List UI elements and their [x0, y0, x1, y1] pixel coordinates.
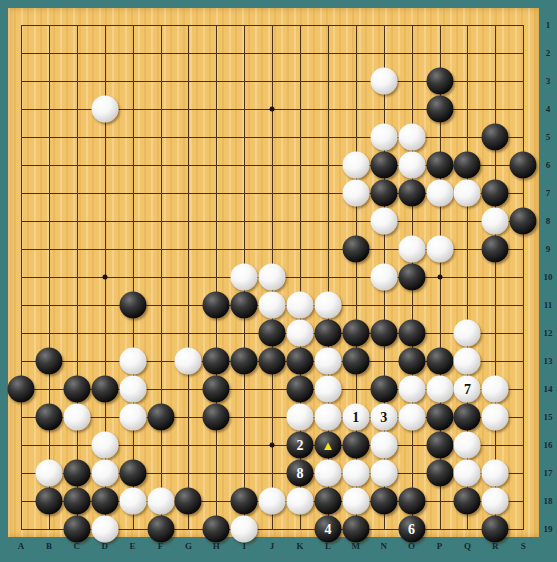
stone-white[interactable] — [482, 488, 509, 515]
stone-white[interactable] — [342, 488, 369, 515]
stone-white[interactable] — [35, 460, 62, 487]
stone-black[interactable] — [314, 488, 341, 515]
stone-white[interactable] — [426, 180, 453, 207]
column-label: B — [46, 541, 52, 551]
column-label: G — [185, 541, 192, 551]
stone-white[interactable] — [91, 96, 118, 123]
stone-white[interactable] — [342, 152, 369, 179]
stone-white[interactable] — [287, 292, 314, 319]
column-label: K — [296, 541, 303, 551]
stone-black[interactable] — [231, 292, 258, 319]
star-point — [270, 107, 275, 112]
move-number-label: 4 — [324, 522, 331, 536]
stone-white[interactable]: 1 — [342, 404, 369, 431]
stone-black[interactable] — [147, 516, 174, 543]
stone-white[interactable] — [398, 376, 425, 403]
stone-white[interactable] — [398, 236, 425, 263]
stone-black[interactable] — [398, 320, 425, 347]
stone-white[interactable] — [147, 488, 174, 515]
row-label: 11 — [544, 300, 553, 310]
move-number-label: 6 — [408, 522, 415, 536]
stone-white[interactable]: 7 — [454, 376, 481, 403]
star-point — [102, 275, 107, 280]
stone-black[interactable]: ▲ — [314, 432, 341, 459]
stone-black[interactable] — [63, 460, 90, 487]
stone-black[interactable] — [454, 488, 481, 515]
stone-white[interactable]: 3 — [370, 404, 397, 431]
row-label: 14 — [544, 384, 553, 394]
stone-black[interactable]: 8 — [287, 460, 314, 487]
row-label: 15 — [544, 412, 553, 422]
row-label: 13 — [544, 356, 553, 366]
stone-white[interactable] — [454, 432, 481, 459]
row-label: 4 — [546, 104, 551, 114]
stone-white[interactable] — [119, 376, 146, 403]
stone-black[interactable] — [426, 152, 453, 179]
stone-black[interactable] — [370, 152, 397, 179]
stone-black[interactable] — [91, 376, 118, 403]
stone-white[interactable] — [287, 404, 314, 431]
stone-white[interactable] — [482, 404, 509, 431]
stone-black[interactable] — [63, 488, 90, 515]
stone-white[interactable] — [259, 292, 286, 319]
stone-black[interactable] — [370, 376, 397, 403]
stone-black[interactable] — [510, 152, 537, 179]
move-number-label: 8 — [297, 466, 304, 480]
stone-white[interactable] — [175, 348, 202, 375]
row-label: 3 — [546, 76, 551, 86]
stone-white[interactable] — [259, 488, 286, 515]
stone-white[interactable] — [370, 208, 397, 235]
move-number-label: 3 — [380, 410, 387, 424]
stone-black[interactable] — [398, 180, 425, 207]
stone-white[interactable] — [91, 516, 118, 543]
star-point — [437, 275, 442, 280]
stone-white[interactable] — [454, 460, 481, 487]
stone-white[interactable] — [119, 348, 146, 375]
stone-white[interactable] — [231, 264, 258, 291]
stone-black[interactable] — [482, 516, 509, 543]
stone-black[interactable] — [63, 516, 90, 543]
stone-white[interactable] — [231, 516, 258, 543]
stone-white[interactable] — [342, 180, 369, 207]
stone-white[interactable] — [482, 208, 509, 235]
stone-white[interactable] — [370, 432, 397, 459]
row-label: 19 — [544, 524, 553, 534]
stone-black[interactable] — [342, 432, 369, 459]
stone-black[interactable] — [482, 236, 509, 263]
stone-white[interactable] — [398, 152, 425, 179]
stone-black[interactable] — [203, 376, 230, 403]
stone-white[interactable] — [314, 460, 341, 487]
stone-white[interactable] — [482, 460, 509, 487]
stone-black[interactable] — [426, 68, 453, 95]
stone-white[interactable] — [370, 68, 397, 95]
stone-black[interactable] — [231, 488, 258, 515]
row-label: 5 — [546, 132, 551, 142]
stone-black[interactable] — [203, 516, 230, 543]
stone-black[interactable] — [370, 180, 397, 207]
column-label: A — [18, 541, 25, 551]
stone-black[interactable] — [147, 404, 174, 431]
stone-black[interactable] — [231, 348, 258, 375]
move-number-label: 7 — [464, 382, 471, 396]
stone-black[interactable] — [342, 320, 369, 347]
column-label: I — [242, 541, 246, 551]
column-label: R — [492, 541, 499, 551]
stone-black[interactable] — [398, 488, 425, 515]
stone-white[interactable] — [63, 404, 90, 431]
stone-black[interactable] — [35, 404, 62, 431]
stone-black[interactable]: 2 — [287, 432, 314, 459]
stone-black[interactable] — [119, 292, 146, 319]
stone-black[interactable] — [454, 152, 481, 179]
triangle-marker: ▲ — [321, 439, 334, 452]
column-label: H — [213, 541, 220, 551]
row-label: 16 — [544, 440, 553, 450]
stone-black[interactable] — [35, 348, 62, 375]
stone-black[interactable] — [259, 320, 286, 347]
row-label: 8 — [546, 216, 551, 226]
stone-white[interactable] — [314, 292, 341, 319]
stone-black[interactable] — [91, 488, 118, 515]
stone-black[interactable] — [314, 320, 341, 347]
stone-black[interactable] — [426, 460, 453, 487]
stone-black[interactable] — [203, 292, 230, 319]
row-label: 9 — [546, 244, 551, 254]
stone-black[interactable] — [287, 348, 314, 375]
stone-white[interactable] — [287, 488, 314, 515]
stone-black[interactable] — [398, 264, 425, 291]
stone-black[interactable] — [342, 236, 369, 263]
stone-white[interactable] — [342, 460, 369, 487]
stone-white[interactable] — [314, 348, 341, 375]
stone-white[interactable] — [91, 432, 118, 459]
stone-black[interactable] — [426, 96, 453, 123]
stone-white[interactable] — [454, 180, 481, 207]
stone-white[interactable] — [426, 376, 453, 403]
stone-white[interactable] — [398, 124, 425, 151]
stone-white[interactable] — [119, 404, 146, 431]
stone-white[interactable] — [398, 404, 425, 431]
stone-white[interactable] — [454, 320, 481, 347]
stone-black[interactable] — [8, 376, 35, 403]
column-label: Q — [464, 541, 471, 551]
row-label: 1 — [546, 20, 551, 30]
stone-black[interactable] — [454, 404, 481, 431]
stone-black[interactable] — [370, 488, 397, 515]
stone-white[interactable] — [119, 488, 146, 515]
column-label: C — [74, 541, 81, 551]
stone-black[interactable] — [35, 488, 62, 515]
row-label: 7 — [546, 188, 551, 198]
column-label: N — [380, 541, 387, 551]
column-label: S — [521, 541, 526, 551]
stone-black[interactable] — [342, 516, 369, 543]
row-label: 2 — [546, 48, 551, 58]
stone-white[interactable] — [370, 124, 397, 151]
stone-black[interactable] — [370, 320, 397, 347]
stone-white[interactable] — [314, 376, 341, 403]
row-label: 18 — [544, 496, 553, 506]
column-label: E — [130, 541, 136, 551]
stone-black[interactable] — [203, 348, 230, 375]
row-label: 6 — [546, 160, 551, 170]
stone-black[interactable] — [426, 432, 453, 459]
stone-black[interactable] — [482, 180, 509, 207]
stone-white[interactable] — [454, 348, 481, 375]
stone-black[interactable] — [510, 208, 537, 235]
stone-white[interactable] — [91, 460, 118, 487]
stone-black[interactable] — [259, 348, 286, 375]
stone-black[interactable] — [63, 376, 90, 403]
stone-black[interactable] — [426, 348, 453, 375]
row-label: 10 — [544, 272, 553, 282]
stone-white[interactable] — [482, 376, 509, 403]
stone-white[interactable] — [287, 320, 314, 347]
star-point — [270, 443, 275, 448]
row-label: 12 — [544, 328, 553, 338]
column-label: P — [437, 541, 443, 551]
go-diagram: 7132▲846 ABCDEFGHIJKLMNOPQRS123456789101… — [0, 0, 557, 562]
move-number-label: 1 — [352, 410, 359, 424]
stone-white[interactable] — [370, 460, 397, 487]
column-label: L — [325, 541, 331, 551]
stone-black[interactable] — [287, 376, 314, 403]
stone-black[interactable] — [342, 348, 369, 375]
stone-white[interactable] — [259, 264, 286, 291]
stone-black[interactable] — [203, 404, 230, 431]
stone-white[interactable] — [314, 404, 341, 431]
column-label: D — [101, 541, 108, 551]
column-label: J — [270, 541, 275, 551]
stone-black[interactable] — [426, 404, 453, 431]
column-label: F — [158, 541, 164, 551]
stone-black[interactable]: 6 — [398, 516, 425, 543]
move-number-label: 2 — [297, 438, 304, 452]
row-label: 17 — [544, 468, 553, 478]
column-label: O — [408, 541, 415, 551]
stone-black[interactable] — [482, 124, 509, 151]
stone-white[interactable] — [370, 264, 397, 291]
stone-black[interactable]: 4 — [314, 516, 341, 543]
go-board[interactable]: 7132▲846 — [8, 8, 539, 537]
stone-black[interactable] — [398, 348, 425, 375]
stone-white[interactable] — [426, 236, 453, 263]
stone-black[interactable] — [175, 488, 202, 515]
column-label: M — [352, 541, 361, 551]
stone-black[interactable] — [119, 460, 146, 487]
